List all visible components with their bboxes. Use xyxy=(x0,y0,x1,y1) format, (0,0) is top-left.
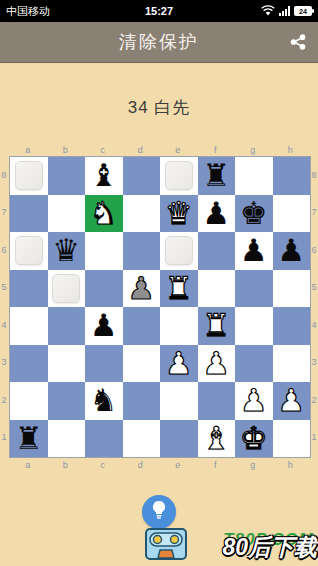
square-g8[interactable] xyxy=(235,157,273,195)
square-d7[interactable] xyxy=(123,195,161,233)
white-rook[interactable]: ♜ xyxy=(165,273,193,304)
file-label-b: b xyxy=(47,145,85,155)
square-f4[interactable]: ♜ xyxy=(198,307,236,345)
square-b6[interactable]: ♛ xyxy=(48,232,86,270)
square-f6[interactable] xyxy=(198,232,236,270)
file-label-h: h xyxy=(272,145,310,155)
square-d1[interactable] xyxy=(123,420,161,458)
square-f7[interactable]: ♟ xyxy=(198,195,236,233)
square-b2[interactable] xyxy=(48,382,86,420)
file-label-g: g xyxy=(234,145,272,155)
square-c5[interactable] xyxy=(85,270,123,308)
square-d8[interactable] xyxy=(123,157,161,195)
black-rook[interactable]: ♜ xyxy=(15,423,43,454)
rank-label-5: 5 xyxy=(0,269,8,307)
square-b8[interactable] xyxy=(48,157,86,195)
file-label-g: g xyxy=(234,460,272,470)
square-b3[interactable] xyxy=(48,345,86,383)
square-d6[interactable] xyxy=(123,232,161,270)
rank-labels-right: 87654321 xyxy=(310,156,318,456)
square-a5[interactable] xyxy=(10,270,48,308)
rank-label-4: 4 xyxy=(0,306,8,344)
watermark: T80P.COM 80后下载 xyxy=(133,518,318,566)
square-g3[interactable] xyxy=(235,345,273,383)
black-pawn[interactable]: ♟ xyxy=(277,235,305,266)
square-e8[interactable] xyxy=(160,157,198,195)
rank-label-3: 3 xyxy=(0,344,8,382)
wifi-icon xyxy=(261,5,275,18)
square-e6[interactable] xyxy=(160,232,198,270)
square-f8[interactable]: ♜ xyxy=(198,157,236,195)
square-f3[interactable]: ♟ xyxy=(198,345,236,383)
square-g5[interactable] xyxy=(235,270,273,308)
square-a8[interactable] xyxy=(10,157,48,195)
white-queen[interactable]: ♛ xyxy=(165,198,193,229)
file-labels-bottom: abcdefgh xyxy=(9,460,309,470)
square-h3[interactable] xyxy=(273,345,311,383)
black-king[interactable]: ♚ xyxy=(240,198,268,229)
file-label-d: d xyxy=(122,145,160,155)
puzzle-heading: 34 白先 xyxy=(0,96,318,119)
square-c3[interactable] xyxy=(85,345,123,383)
cassette-icon xyxy=(145,528,187,564)
file-label-h: h xyxy=(272,460,310,470)
square-h6[interactable]: ♟ xyxy=(273,232,311,270)
battery-level: 24 xyxy=(299,8,307,15)
square-b4[interactable] xyxy=(48,307,86,345)
square-h2[interactable]: ♟ xyxy=(273,382,311,420)
file-label-f: f xyxy=(197,145,235,155)
rank-label-2: 2 xyxy=(0,381,8,419)
rank-labels-left: 87654321 xyxy=(0,156,8,456)
square-a6[interactable] xyxy=(10,232,48,270)
black-queen[interactable]: ♛ xyxy=(52,235,80,266)
square-marker xyxy=(165,161,193,190)
rank-label-6: 6 xyxy=(0,231,8,269)
rank-label-8: 8 xyxy=(310,156,318,194)
rank-label-4: 4 xyxy=(310,306,318,344)
square-d5[interactable]: ♟ xyxy=(123,270,161,308)
square-b1[interactable] xyxy=(48,420,86,458)
white-king[interactable]: ♚ xyxy=(240,423,268,454)
file-label-e: e xyxy=(159,460,197,470)
square-c6[interactable] xyxy=(85,232,123,270)
square-marker xyxy=(52,274,80,303)
rank-label-7: 7 xyxy=(310,194,318,232)
watermark-label-text: 80后下载 xyxy=(222,532,317,563)
file-label-c: c xyxy=(84,460,122,470)
square-h5[interactable] xyxy=(273,270,311,308)
rank-label-5: 5 xyxy=(310,269,318,307)
black-bishop[interactable]: ♝ xyxy=(90,160,118,191)
square-e1[interactable] xyxy=(160,420,198,458)
rank-label-6: 6 xyxy=(310,231,318,269)
square-h4[interactable] xyxy=(273,307,311,345)
file-label-a: a xyxy=(9,145,47,155)
file-label-a: a xyxy=(9,460,47,470)
square-b7[interactable] xyxy=(48,195,86,233)
black-pawn[interactable]: ♟ xyxy=(240,235,268,266)
rank-label-3: 3 xyxy=(310,344,318,382)
black-pawn[interactable]: ♟ xyxy=(127,273,155,304)
black-rook[interactable]: ♜ xyxy=(202,160,230,191)
square-g2[interactable]: ♟ xyxy=(235,382,273,420)
file-label-f: f xyxy=(197,460,235,470)
square-e7[interactable]: ♛ xyxy=(160,195,198,233)
page-title: 清除保护 xyxy=(119,30,199,54)
board-area: 87654321 ♝♜♞♛♟♚♛♟♟♟♜♟♜♟♟♞♟♟♜♝♚ 87654321 xyxy=(9,156,309,458)
square-c7[interactable]: ♞ xyxy=(85,195,123,233)
square-f5[interactable] xyxy=(198,270,236,308)
square-e3[interactable]: ♟ xyxy=(160,345,198,383)
status-icons: 24 xyxy=(261,5,312,18)
square-a3[interactable] xyxy=(10,345,48,383)
square-marker xyxy=(15,161,43,190)
rank-label-1: 1 xyxy=(310,419,318,457)
square-a7[interactable] xyxy=(10,195,48,233)
square-h8[interactable] xyxy=(273,157,311,195)
square-d2[interactable] xyxy=(123,382,161,420)
black-pawn[interactable]: ♟ xyxy=(90,310,118,341)
rank-label-7: 7 xyxy=(0,194,8,232)
square-c2[interactable]: ♞ xyxy=(85,382,123,420)
square-c4[interactable]: ♟ xyxy=(85,307,123,345)
white-pawn[interactable]: ♟ xyxy=(165,348,193,379)
square-d3[interactable] xyxy=(123,345,161,383)
chess-board: ♝♜♞♛♟♚♛♟♟♟♜♟♜♟♟♞♟♟♜♝♚ xyxy=(9,156,311,458)
square-g6[interactable]: ♟ xyxy=(235,232,273,270)
status-bar: 中国移动 15:27 24 xyxy=(0,0,318,22)
file-label-c: c xyxy=(84,145,122,155)
square-e5[interactable]: ♜ xyxy=(160,270,198,308)
square-marker xyxy=(165,236,193,265)
white-pawn[interactable]: ♟ xyxy=(240,385,268,416)
square-g1[interactable]: ♚ xyxy=(235,420,273,458)
square-f1[interactable]: ♝ xyxy=(198,420,236,458)
square-e4[interactable] xyxy=(160,307,198,345)
file-label-e: e xyxy=(159,145,197,155)
file-labels-top: abcdefgh xyxy=(9,145,309,155)
black-knight[interactable]: ♞ xyxy=(90,385,118,416)
square-c8[interactable]: ♝ xyxy=(85,157,123,195)
square-g4[interactable] xyxy=(235,307,273,345)
square-g7[interactable]: ♚ xyxy=(235,195,273,233)
white-bishop[interactable]: ♝ xyxy=(202,423,230,454)
square-b5[interactable] xyxy=(48,270,86,308)
square-e2[interactable] xyxy=(160,382,198,420)
file-label-d: d xyxy=(122,460,160,470)
file-label-b: b xyxy=(47,460,85,470)
square-a2[interactable] xyxy=(10,382,48,420)
black-pawn[interactable]: ♟ xyxy=(202,198,230,229)
share-icon[interactable] xyxy=(289,33,307,51)
battery-icon: 24 xyxy=(294,6,312,16)
square-h1[interactable] xyxy=(273,420,311,458)
title-bar: 清除保护 xyxy=(0,22,318,63)
white-pawn[interactable]: ♟ xyxy=(202,348,230,379)
square-f2[interactable] xyxy=(198,382,236,420)
signal-bars-icon xyxy=(279,6,290,16)
square-marker xyxy=(15,236,43,265)
rank-label-8: 8 xyxy=(0,156,8,194)
rank-label-2: 2 xyxy=(310,381,318,419)
square-c1[interactable] xyxy=(85,420,123,458)
white-rook[interactable]: ♜ xyxy=(202,310,230,341)
white-knight[interactable]: ♞ xyxy=(90,198,118,229)
rank-label-1: 1 xyxy=(0,419,8,457)
square-h7[interactable] xyxy=(273,195,311,233)
white-pawn[interactable]: ♟ xyxy=(277,385,305,416)
square-a1[interactable]: ♜ xyxy=(10,420,48,458)
square-d4[interactable] xyxy=(123,307,161,345)
square-a4[interactable] xyxy=(10,307,48,345)
